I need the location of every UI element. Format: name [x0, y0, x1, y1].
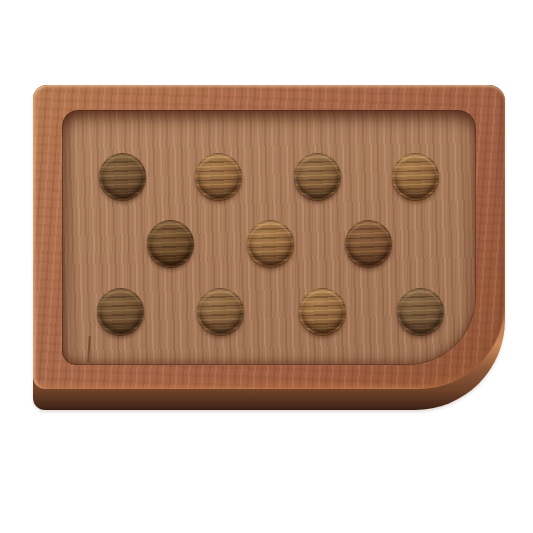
peg-row3-col4[interactable] — [397, 288, 444, 335]
peg-row2-col1[interactable] — [147, 220, 194, 267]
tray-recess — [62, 110, 476, 365]
peg-row2-col3[interactable] — [345, 220, 392, 267]
peg-row1-col4[interactable] — [392, 153, 439, 200]
board-rim-surface — [33, 85, 505, 389]
peg-row3-col1[interactable] — [97, 288, 144, 335]
peg-row1-col1[interactable] — [99, 153, 146, 200]
photo-background — [0, 0, 533, 533]
peg-row1-col3[interactable] — [294, 153, 341, 200]
peg-row3-col2[interactable] — [197, 288, 244, 335]
wood-scratch-mark — [87, 336, 90, 362]
peg-row2-col2[interactable] — [247, 220, 294, 267]
peg-row1-col2[interactable] — [195, 153, 242, 200]
peg-row3-col3[interactable] — [299, 288, 346, 335]
wooden-game-board — [33, 85, 505, 410]
